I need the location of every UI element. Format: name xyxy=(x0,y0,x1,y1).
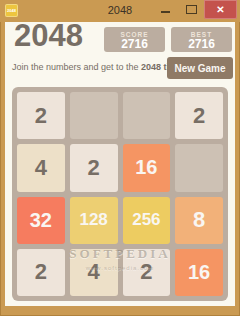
tile-2: 2 xyxy=(17,92,65,139)
tile-16: 16 xyxy=(123,144,171,191)
close-icon: ✕ xyxy=(216,4,224,15)
maximize-icon xyxy=(186,5,197,14)
tile-128: 128 xyxy=(70,197,118,244)
subtitle-text: Join the numbers and get to the xyxy=(12,62,141,72)
tile-2: 2 xyxy=(123,249,171,296)
minimize-button[interactable] xyxy=(152,0,178,19)
tile-4: 4 xyxy=(70,249,118,296)
board-grid: 22421632128256824216 xyxy=(12,87,228,301)
tile-8: 8 xyxy=(175,197,223,244)
game-client-area: 2048 SCORE 2716 BEST 2716 Join the numbe… xyxy=(5,22,235,306)
tile-32: 32 xyxy=(17,197,65,244)
close-button[interactable]: ✕ xyxy=(204,0,237,19)
empty-cell xyxy=(70,92,118,139)
tile-4: 4 xyxy=(17,144,65,191)
score-box: SCORE 2716 xyxy=(104,27,165,52)
tile-2: 2 xyxy=(70,144,118,191)
minimize-icon xyxy=(161,11,170,13)
subtitle: Join the numbers and get to the 2048 til… xyxy=(12,62,180,72)
tile-2: 2 xyxy=(17,249,65,296)
app-window: 2048 2048 ✕ 2048 SCORE 2716 BEST 2716 Jo… xyxy=(0,0,240,316)
window-controls: ✕ xyxy=(152,0,237,19)
new-game-button[interactable]: New Game xyxy=(167,57,233,79)
tile-256: 256 xyxy=(123,197,171,244)
score-value: 2716 xyxy=(104,38,165,50)
best-value: 2716 xyxy=(171,38,232,50)
game-title: 2048 xyxy=(14,18,83,54)
tile-16: 16 xyxy=(175,249,223,296)
maximize-button[interactable] xyxy=(178,0,204,19)
tile-2: 2 xyxy=(175,92,223,139)
best-box: BEST 2716 xyxy=(171,27,232,52)
empty-cell xyxy=(123,92,171,139)
empty-cell xyxy=(175,144,223,191)
